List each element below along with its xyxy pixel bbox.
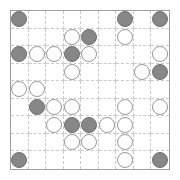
cell-r3c8[interactable] xyxy=(151,64,169,82)
cell-r6c7[interactable] xyxy=(134,116,152,134)
cell-r7c2[interactable] xyxy=(46,134,64,152)
cell-r3c7[interactable] xyxy=(134,64,152,82)
cell-r8c1[interactable] xyxy=(29,151,47,169)
black-pearl xyxy=(152,64,168,80)
cell-r2c3[interactable] xyxy=(64,46,82,64)
white-pearl xyxy=(46,117,62,133)
white-pearl xyxy=(117,117,133,133)
white-pearl xyxy=(46,46,62,62)
masyu-board xyxy=(10,10,170,170)
cell-r1c6[interactable] xyxy=(116,29,134,47)
cell-r6c5[interactable] xyxy=(99,116,117,134)
cell-r3c3[interactable] xyxy=(64,64,82,82)
black-pearl xyxy=(64,46,80,62)
cell-r6c6[interactable] xyxy=(116,116,134,134)
cell-r1c2[interactable] xyxy=(46,29,64,47)
cell-r2c5[interactable] xyxy=(99,46,117,64)
cell-r1c1[interactable] xyxy=(29,29,47,47)
cell-r8c7[interactable] xyxy=(134,151,152,169)
white-pearl xyxy=(81,46,97,62)
cell-r0c6[interactable] xyxy=(116,11,134,29)
white-pearl xyxy=(64,134,80,150)
cell-r5c4[interactable] xyxy=(81,99,99,117)
cell-r0c1[interactable] xyxy=(29,11,47,29)
black-pearl xyxy=(81,117,97,133)
black-pearl xyxy=(29,99,45,115)
cell-r2c8[interactable] xyxy=(151,46,169,64)
cell-r4c1[interactable] xyxy=(29,81,47,99)
black-pearl xyxy=(117,11,133,27)
cell-r6c3[interactable] xyxy=(64,116,82,134)
cell-r0c4[interactable] xyxy=(81,11,99,29)
cell-r4c4[interactable] xyxy=(81,81,99,99)
cell-r5c5[interactable] xyxy=(99,99,117,117)
cell-r5c8[interactable] xyxy=(151,99,169,117)
white-pearl xyxy=(117,152,133,168)
white-pearl xyxy=(99,117,115,133)
white-pearl xyxy=(134,64,150,80)
white-pearl xyxy=(46,99,62,115)
cell-r5c6[interactable] xyxy=(116,99,134,117)
cell-r4c3[interactable] xyxy=(64,81,82,99)
cell-r8c8[interactable] xyxy=(151,151,169,169)
black-pearl xyxy=(11,152,27,168)
cell-r2c2[interactable] xyxy=(46,46,64,64)
cell-r2c6[interactable] xyxy=(116,46,134,64)
cell-r8c6[interactable] xyxy=(116,151,134,169)
white-pearl xyxy=(152,46,168,62)
cell-r3c6[interactable] xyxy=(116,64,134,82)
white-pearl xyxy=(152,99,168,115)
cell-r5c2[interactable] xyxy=(46,99,64,117)
cell-r7c5[interactable] xyxy=(99,134,117,152)
cell-r8c5[interactable] xyxy=(99,151,117,169)
cell-r7c8[interactable] xyxy=(151,134,169,152)
cell-r4c0[interactable] xyxy=(11,81,29,99)
white-pearl xyxy=(81,134,97,150)
cell-r7c1[interactable] xyxy=(29,134,47,152)
black-pearl xyxy=(11,46,27,62)
white-pearl xyxy=(64,64,80,80)
cell-r1c4[interactable] xyxy=(81,29,99,47)
black-pearl xyxy=(11,11,27,27)
cell-r6c1[interactable] xyxy=(29,116,47,134)
cell-r4c8[interactable] xyxy=(151,81,169,99)
cell-r1c7[interactable] xyxy=(134,29,152,47)
white-pearl xyxy=(64,99,80,115)
cell-r7c7[interactable] xyxy=(134,134,152,152)
cell-r6c0[interactable] xyxy=(11,116,29,134)
cell-r1c3[interactable] xyxy=(64,29,82,47)
white-pearl xyxy=(117,29,133,45)
cell-r4c7[interactable] xyxy=(134,81,152,99)
cell-r4c5[interactable] xyxy=(99,81,117,99)
cell-r5c7[interactable] xyxy=(134,99,152,117)
cell-r3c2[interactable] xyxy=(46,64,64,82)
black-pearl xyxy=(64,117,80,133)
cell-r1c5[interactable] xyxy=(99,29,117,47)
white-pearl xyxy=(117,99,133,115)
cell-r0c7[interactable] xyxy=(134,11,152,29)
cell-r7c0[interactable] xyxy=(11,134,29,152)
white-pearl xyxy=(64,29,80,45)
cell-r2c7[interactable] xyxy=(134,46,152,64)
cell-r8c2[interactable] xyxy=(46,151,64,169)
black-pearl xyxy=(152,11,168,27)
cell-r8c3[interactable] xyxy=(64,151,82,169)
cell-r5c1[interactable] xyxy=(29,99,47,117)
cell-r0c8[interactable] xyxy=(151,11,169,29)
cell-r5c3[interactable] xyxy=(64,99,82,117)
cell-r0c5[interactable] xyxy=(99,11,117,29)
cell-r2c4[interactable] xyxy=(81,46,99,64)
cell-r6c2[interactable] xyxy=(46,116,64,134)
cell-r1c8[interactable] xyxy=(151,29,169,47)
cell-r2c0[interactable] xyxy=(11,46,29,64)
cell-r0c0[interactable] xyxy=(11,11,29,29)
cell-r0c2[interactable] xyxy=(46,11,64,29)
cell-r3c4[interactable] xyxy=(81,64,99,82)
cell-r6c8[interactable] xyxy=(151,116,169,134)
cell-r0c3[interactable] xyxy=(64,11,82,29)
cell-r7c6[interactable] xyxy=(116,134,134,152)
cell-r3c1[interactable] xyxy=(29,64,47,82)
cell-r1c0[interactable] xyxy=(11,29,29,47)
cell-r4c6[interactable] xyxy=(116,81,134,99)
white-pearl xyxy=(29,46,45,62)
white-pearl xyxy=(11,81,27,97)
cell-r3c5[interactable] xyxy=(99,64,117,82)
cell-r2c1[interactable] xyxy=(29,46,47,64)
black-pearl xyxy=(152,152,168,168)
black-pearl xyxy=(81,29,97,45)
cell-r4c2[interactable] xyxy=(46,81,64,99)
cell-r5c0[interactable] xyxy=(11,99,29,117)
cell-r3c0[interactable] xyxy=(11,64,29,82)
white-pearl xyxy=(29,81,45,97)
white-pearl xyxy=(117,134,133,150)
cell-r7c4[interactable] xyxy=(81,134,99,152)
cell-r6c4[interactable] xyxy=(81,116,99,134)
cell-r8c4[interactable] xyxy=(81,151,99,169)
cell-r8c0[interactable] xyxy=(11,151,29,169)
cell-r7c3[interactable] xyxy=(64,134,82,152)
